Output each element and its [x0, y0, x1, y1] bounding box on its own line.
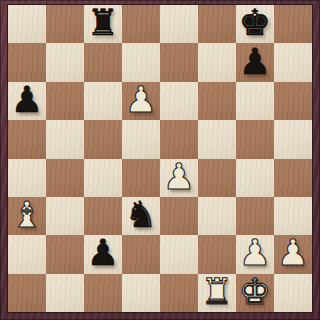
square-e3[interactable]: [160, 197, 198, 235]
black-rook[interactable]: ♜: [87, 5, 119, 41]
square-h4[interactable]: [274, 159, 312, 197]
square-g8[interactable]: ♚: [236, 5, 274, 43]
black-pawn[interactable]: ♟: [87, 235, 119, 271]
square-g1[interactable]: ♚: [236, 274, 274, 312]
square-h7[interactable]: [274, 43, 312, 81]
white-pawn[interactable]: ♟: [125, 82, 157, 118]
square-b3[interactable]: [46, 197, 84, 235]
square-g6[interactable]: [236, 82, 274, 120]
square-a4[interactable]: [8, 159, 46, 197]
square-f3[interactable]: [198, 197, 236, 235]
square-e2[interactable]: [160, 235, 198, 273]
square-e6[interactable]: [160, 82, 198, 120]
square-f2[interactable]: [198, 235, 236, 273]
square-h1[interactable]: [274, 274, 312, 312]
square-d5[interactable]: [122, 120, 160, 158]
square-h5[interactable]: [274, 120, 312, 158]
square-e8[interactable]: [160, 5, 198, 43]
square-e4[interactable]: ♟: [160, 159, 198, 197]
white-pawn[interactable]: ♟: [277, 235, 309, 271]
square-f1[interactable]: ♜: [198, 274, 236, 312]
square-d2[interactable]: [122, 235, 160, 273]
square-g5[interactable]: [236, 120, 274, 158]
white-rook[interactable]: ♜: [201, 274, 233, 310]
square-a8[interactable]: [8, 5, 46, 43]
square-d1[interactable]: [122, 274, 160, 312]
square-h8[interactable]: [274, 5, 312, 43]
square-f6[interactable]: [198, 82, 236, 120]
white-pawn[interactable]: ♟: [163, 159, 195, 195]
square-a5[interactable]: [8, 120, 46, 158]
white-pawn[interactable]: ♟: [239, 235, 271, 271]
square-a7[interactable]: [8, 43, 46, 81]
square-c7[interactable]: [84, 43, 122, 81]
square-g2[interactable]: ♟: [236, 235, 274, 273]
chess-board: ♜♚♟♟♟♟♝♞♟♟♟♜♚: [8, 5, 312, 312]
square-c2[interactable]: ♟: [84, 235, 122, 273]
black-pawn[interactable]: ♟: [11, 82, 43, 118]
square-g3[interactable]: [236, 197, 274, 235]
square-d7[interactable]: [122, 43, 160, 81]
white-king[interactable]: ♚: [239, 274, 271, 310]
square-h3[interactable]: [274, 197, 312, 235]
black-king[interactable]: ♚: [239, 5, 271, 41]
square-c6[interactable]: [84, 82, 122, 120]
square-h6[interactable]: [274, 82, 312, 120]
square-f5[interactable]: [198, 120, 236, 158]
square-a1[interactable]: [8, 274, 46, 312]
square-f4[interactable]: [198, 159, 236, 197]
square-b1[interactable]: [46, 274, 84, 312]
board-frame: ♜♚♟♟♟♟♝♞♟♟♟♜♚: [0, 0, 320, 320]
square-b4[interactable]: [46, 159, 84, 197]
black-knight[interactable]: ♞: [125, 197, 157, 233]
square-b5[interactable]: [46, 120, 84, 158]
square-b7[interactable]: [46, 43, 84, 81]
square-f8[interactable]: [198, 5, 236, 43]
square-e1[interactable]: [160, 274, 198, 312]
square-c3[interactable]: [84, 197, 122, 235]
square-d3[interactable]: ♞: [122, 197, 160, 235]
square-c4[interactable]: [84, 159, 122, 197]
square-g7[interactable]: ♟: [236, 43, 274, 81]
square-c5[interactable]: [84, 120, 122, 158]
square-a6[interactable]: ♟: [8, 82, 46, 120]
black-pawn[interactable]: ♟: [239, 44, 271, 80]
square-g4[interactable]: [236, 159, 274, 197]
square-d6[interactable]: ♟: [122, 82, 160, 120]
square-b8[interactable]: [46, 5, 84, 43]
square-d4[interactable]: [122, 159, 160, 197]
square-f7[interactable]: [198, 43, 236, 81]
square-c1[interactable]: [84, 274, 122, 312]
square-h2[interactable]: ♟: [274, 235, 312, 273]
square-a2[interactable]: [8, 235, 46, 273]
square-c8[interactable]: ♜: [84, 5, 122, 43]
square-d8[interactable]: [122, 5, 160, 43]
square-b2[interactable]: [46, 235, 84, 273]
square-e5[interactable]: [160, 120, 198, 158]
square-a3[interactable]: ♝: [8, 197, 46, 235]
white-bishop[interactable]: ♝: [11, 197, 43, 233]
square-e7[interactable]: [160, 43, 198, 81]
square-b6[interactable]: [46, 82, 84, 120]
